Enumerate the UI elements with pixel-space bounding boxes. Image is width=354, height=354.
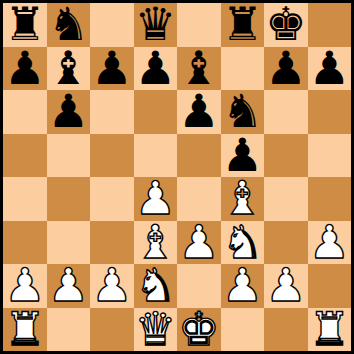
square-e4[interactable]	[177, 177, 221, 221]
square-c3[interactable]	[90, 221, 134, 265]
chess-board-frame: ♜♞♛♜♚♟♝♟♟♝♟♟♟♟♞♟♟♝♝♟♞♟♟♟♟♞♟♟♜♛♚♜	[0, 0, 354, 354]
square-a5[interactable]	[3, 134, 47, 178]
square-d5[interactable]	[134, 134, 178, 178]
square-d3[interactable]: ♝	[134, 221, 178, 265]
square-a8[interactable]: ♜	[3, 3, 47, 47]
square-e8[interactable]	[177, 3, 221, 47]
square-h2[interactable]	[308, 264, 352, 308]
square-h3[interactable]: ♟	[308, 221, 352, 265]
piece-white-knight[interactable]: ♞	[135, 264, 176, 308]
square-a7[interactable]: ♟	[3, 47, 47, 91]
square-h1[interactable]: ♜	[308, 308, 352, 352]
square-h7[interactable]: ♟	[308, 47, 352, 91]
square-f6[interactable]: ♞	[221, 90, 265, 134]
square-g2[interactable]: ♟	[264, 264, 308, 308]
piece-black-pawn[interactable]: ♟	[135, 47, 176, 91]
square-g1[interactable]	[264, 308, 308, 352]
square-g8[interactable]: ♚	[264, 3, 308, 47]
square-g5[interactable]	[264, 134, 308, 178]
square-e6[interactable]: ♟	[177, 90, 221, 134]
piece-black-bishop[interactable]: ♝	[48, 47, 89, 91]
square-d7[interactable]: ♟	[134, 47, 178, 91]
piece-black-pawn[interactable]: ♟	[222, 134, 263, 178]
square-d2[interactable]: ♞	[134, 264, 178, 308]
square-b3[interactable]	[47, 221, 91, 265]
square-a2[interactable]: ♟	[3, 264, 47, 308]
square-g6[interactable]	[264, 90, 308, 134]
piece-black-bishop[interactable]: ♝	[178, 47, 219, 91]
square-c4[interactable]	[90, 177, 134, 221]
square-e1[interactable]: ♚	[177, 308, 221, 352]
square-d1[interactable]: ♛	[134, 308, 178, 352]
square-e3[interactable]: ♟	[177, 221, 221, 265]
square-f8[interactable]: ♜	[221, 3, 265, 47]
square-c5[interactable]	[90, 134, 134, 178]
square-c7[interactable]: ♟	[90, 47, 134, 91]
piece-white-knight[interactable]: ♞	[222, 221, 263, 265]
piece-black-pawn[interactable]: ♟	[178, 90, 219, 134]
piece-white-queen[interactable]: ♛	[135, 308, 176, 352]
square-g7[interactable]: ♟	[264, 47, 308, 91]
square-e2[interactable]	[177, 264, 221, 308]
piece-white-pawn[interactable]: ♟	[4, 264, 45, 308]
piece-black-king[interactable]: ♚	[265, 3, 306, 47]
square-h8[interactable]	[308, 3, 352, 47]
piece-black-pawn[interactable]: ♟	[265, 47, 306, 91]
chess-board: ♜♞♛♜♚♟♝♟♟♝♟♟♟♟♞♟♟♝♝♟♞♟♟♟♟♞♟♟♜♛♚♜	[3, 3, 351, 351]
square-d6[interactable]	[134, 90, 178, 134]
piece-white-pawn[interactable]: ♟	[178, 221, 219, 265]
square-h6[interactable]	[308, 90, 352, 134]
piece-white-pawn[interactable]: ♟	[309, 221, 350, 265]
square-d8[interactable]: ♛	[134, 3, 178, 47]
piece-black-pawn[interactable]: ♟	[48, 90, 89, 134]
square-f5[interactable]: ♟	[221, 134, 265, 178]
square-c8[interactable]	[90, 3, 134, 47]
square-a1[interactable]: ♜	[3, 308, 47, 352]
piece-black-rook[interactable]: ♜	[4, 3, 45, 47]
square-f7[interactable]	[221, 47, 265, 91]
square-c6[interactable]	[90, 90, 134, 134]
piece-white-pawn[interactable]: ♟	[135, 177, 176, 221]
square-b1[interactable]	[47, 308, 91, 352]
piece-black-knight[interactable]: ♞	[222, 90, 263, 134]
piece-white-pawn[interactable]: ♟	[91, 264, 132, 308]
square-f1[interactable]	[221, 308, 265, 352]
square-f2[interactable]: ♟	[221, 264, 265, 308]
square-b7[interactable]: ♝	[47, 47, 91, 91]
piece-black-rook[interactable]: ♜	[222, 3, 263, 47]
square-f3[interactable]: ♞	[221, 221, 265, 265]
square-e7[interactable]: ♝	[177, 47, 221, 91]
square-a3[interactable]	[3, 221, 47, 265]
piece-white-bishop[interactable]: ♝	[135, 221, 176, 265]
square-a6[interactable]	[3, 90, 47, 134]
piece-white-pawn[interactable]: ♟	[265, 264, 306, 308]
square-h5[interactable]	[308, 134, 352, 178]
square-h4[interactable]	[308, 177, 352, 221]
piece-white-bishop[interactable]: ♝	[222, 177, 263, 221]
piece-black-knight[interactable]: ♞	[48, 3, 89, 47]
square-b4[interactable]	[47, 177, 91, 221]
piece-black-pawn[interactable]: ♟	[309, 47, 350, 91]
piece-white-rook[interactable]: ♜	[309, 308, 350, 352]
square-b2[interactable]: ♟	[47, 264, 91, 308]
piece-black-pawn[interactable]: ♟	[91, 47, 132, 91]
square-b6[interactable]: ♟	[47, 90, 91, 134]
piece-white-rook[interactable]: ♜	[4, 308, 45, 352]
piece-black-pawn[interactable]: ♟	[4, 47, 45, 91]
square-f4[interactable]: ♝	[221, 177, 265, 221]
square-c2[interactable]: ♟	[90, 264, 134, 308]
square-c1[interactable]	[90, 308, 134, 352]
square-a4[interactable]	[3, 177, 47, 221]
piece-white-pawn[interactable]: ♟	[48, 264, 89, 308]
square-g3[interactable]	[264, 221, 308, 265]
square-b5[interactable]	[47, 134, 91, 178]
square-e5[interactable]	[177, 134, 221, 178]
square-b8[interactable]: ♞	[47, 3, 91, 47]
square-g4[interactable]	[264, 177, 308, 221]
square-d4[interactable]: ♟	[134, 177, 178, 221]
piece-white-pawn[interactable]: ♟	[222, 264, 263, 308]
piece-white-king[interactable]: ♚	[178, 308, 219, 352]
piece-black-queen[interactable]: ♛	[135, 3, 176, 47]
